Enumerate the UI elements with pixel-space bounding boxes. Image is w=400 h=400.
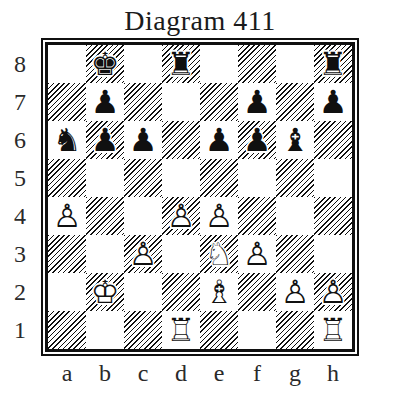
white-bishop-e2: ♗: [200, 273, 238, 311]
black-pawn-h7: ♟: [314, 83, 352, 121]
square-f3: ♟♙: [238, 235, 276, 273]
square-h4: [314, 197, 352, 235]
square-f6: ♟♟: [238, 121, 276, 159]
piece-halo: ♚: [86, 45, 124, 83]
square-c6: ♟♟: [124, 121, 162, 159]
piece-halo: ♟: [200, 197, 238, 235]
file-label-e: e: [200, 360, 238, 394]
white-pawn-h2: ♙: [314, 273, 352, 311]
square-h3: [314, 235, 352, 273]
square-e7: [200, 83, 238, 121]
white-pawn-f3: ♙: [238, 235, 276, 273]
black-king-b8: ♚: [86, 45, 124, 83]
square-b4: [86, 197, 124, 235]
rank-label-2: 2: [6, 273, 34, 311]
file-label-g: g: [276, 360, 314, 394]
square-b8: ♚♚: [86, 45, 124, 83]
white-pawn-g2: ♙: [276, 273, 314, 311]
white-pawn-c3: ♙: [124, 235, 162, 273]
square-e6: ♟♟: [200, 121, 238, 159]
black-bishop-g6: ♝: [276, 121, 314, 159]
diagram-title: Diagram 411: [0, 5, 400, 37]
square-h6: [314, 121, 352, 159]
square-f5: [238, 159, 276, 197]
square-g8: [276, 45, 314, 83]
piece-halo: ♝: [200, 273, 238, 311]
square-c2: [124, 273, 162, 311]
black-pawn-b7: ♟: [86, 83, 124, 121]
rank-label-4: 4: [6, 197, 34, 235]
square-h1: ♜♖: [314, 311, 352, 349]
square-c1: [124, 311, 162, 349]
square-g6: ♝♝: [276, 121, 314, 159]
square-g5: [276, 159, 314, 197]
square-e1: [200, 311, 238, 349]
white-pawn-e4: ♙: [200, 197, 238, 235]
square-a6: ♞♞: [48, 121, 86, 159]
square-a3: [48, 235, 86, 273]
square-c5: [124, 159, 162, 197]
piece-halo: ♟: [124, 121, 162, 159]
square-c3: ♟♙: [124, 235, 162, 273]
square-f1: [238, 311, 276, 349]
piece-halo: ♟: [86, 83, 124, 121]
rank-label-1: 1: [6, 311, 34, 349]
piece-halo: ♟: [238, 235, 276, 273]
square-a7: [48, 83, 86, 121]
square-f7: ♟♟: [238, 83, 276, 121]
square-d8: ♜♜: [162, 45, 200, 83]
piece-halo: ♟: [238, 121, 276, 159]
square-e8: [200, 45, 238, 83]
black-pawn-f6: ♟: [238, 121, 276, 159]
board-grid: ♚♚♜♜♜♜♟♟♟♟♟♟♞♞♟♟♟♟♟♟♟♟♝♝♟♙♟♙♟♙♟♙♞♘♟♙♚♔♝♗…: [48, 45, 352, 349]
white-knight-e3: ♘: [200, 235, 238, 273]
square-h7: ♟♟: [314, 83, 352, 121]
piece-halo: ♞: [48, 121, 86, 159]
black-pawn-f7: ♟: [238, 83, 276, 121]
black-rook-d8: ♜: [162, 45, 200, 83]
square-g7: [276, 83, 314, 121]
file-label-b: b: [86, 360, 124, 394]
square-e2: ♝♗: [200, 273, 238, 311]
file-label-d: d: [162, 360, 200, 394]
square-b5: [86, 159, 124, 197]
white-rook-h1: ♖: [314, 311, 352, 349]
rank-label-8: 8: [6, 45, 34, 83]
square-e5: [200, 159, 238, 197]
file-label-a: a: [48, 360, 86, 394]
piece-halo: ♜: [162, 311, 200, 349]
square-b2: ♚♔: [86, 273, 124, 311]
square-b1: [86, 311, 124, 349]
white-pawn-d4: ♙: [162, 197, 200, 235]
piece-halo: ♚: [86, 273, 124, 311]
square-d6: [162, 121, 200, 159]
piece-halo: ♟: [314, 83, 352, 121]
square-b6: ♟♟: [86, 121, 124, 159]
square-c8: [124, 45, 162, 83]
square-a4: ♟♙: [48, 197, 86, 235]
square-c4: [124, 197, 162, 235]
square-f4: [238, 197, 276, 235]
square-e4: ♟♙: [200, 197, 238, 235]
square-b7: ♟♟: [86, 83, 124, 121]
piece-halo: ♟: [124, 235, 162, 273]
white-king-b2: ♔: [86, 273, 124, 311]
piece-halo: ♝: [276, 121, 314, 159]
file-label-c: c: [124, 360, 162, 394]
square-g2: ♟♙: [276, 273, 314, 311]
piece-halo: ♟: [48, 197, 86, 235]
piece-halo: ♜: [314, 311, 352, 349]
square-h8: ♜♜: [314, 45, 352, 83]
square-a2: [48, 273, 86, 311]
square-c7: [124, 83, 162, 121]
board-frame: ♚♚♜♜♜♜♟♟♟♟♟♟♞♞♟♟♟♟♟♟♟♟♝♝♟♙♟♙♟♙♟♙♞♘♟♙♚♔♝♗…: [45, 42, 355, 352]
piece-halo: ♟: [200, 121, 238, 159]
square-d2: [162, 273, 200, 311]
square-d1: ♜♖: [162, 311, 200, 349]
square-d3: [162, 235, 200, 273]
rank-label-5: 5: [6, 159, 34, 197]
square-a5: [48, 159, 86, 197]
square-h5: [314, 159, 352, 197]
square-a1: [48, 311, 86, 349]
black-knight-a6: ♞: [48, 121, 86, 159]
black-pawn-b6: ♟: [86, 121, 124, 159]
rank-labels: 87654321: [6, 45, 34, 349]
piece-halo: ♜: [162, 45, 200, 83]
square-f2: [238, 273, 276, 311]
square-h2: ♟♙: [314, 273, 352, 311]
square-g1: [276, 311, 314, 349]
file-labels: abcdefgh: [48, 360, 352, 394]
piece-halo: ♟: [86, 121, 124, 159]
piece-halo: ♟: [276, 273, 314, 311]
white-pawn-a4: ♙: [48, 197, 86, 235]
square-e3: ♞♘: [200, 235, 238, 273]
file-label-h: h: [314, 360, 352, 394]
black-pawn-c6: ♟: [124, 121, 162, 159]
black-pawn-e6: ♟: [200, 121, 238, 159]
square-g4: [276, 197, 314, 235]
square-a8: [48, 45, 86, 83]
black-rook-h8: ♜: [314, 45, 352, 83]
square-f8: [238, 45, 276, 83]
square-b3: [86, 235, 124, 273]
file-label-f: f: [238, 360, 276, 394]
piece-halo: ♟: [314, 273, 352, 311]
square-d4: ♟♙: [162, 197, 200, 235]
piece-halo: ♞: [200, 235, 238, 273]
piece-halo: ♟: [238, 83, 276, 121]
white-rook-d1: ♖: [162, 311, 200, 349]
square-g3: [276, 235, 314, 273]
rank-label-7: 7: [6, 83, 34, 121]
chess-board: ♚♚♜♜♜♜♟♟♟♟♟♟♞♞♟♟♟♟♟♟♟♟♝♝♟♙♟♙♟♙♟♙♞♘♟♙♚♔♝♗…: [41, 38, 359, 356]
piece-halo: ♜: [314, 45, 352, 83]
square-d7: [162, 83, 200, 121]
piece-halo: ♟: [162, 197, 200, 235]
rank-label-3: 3: [6, 235, 34, 273]
rank-label-6: 6: [6, 121, 34, 159]
square-d5: [162, 159, 200, 197]
